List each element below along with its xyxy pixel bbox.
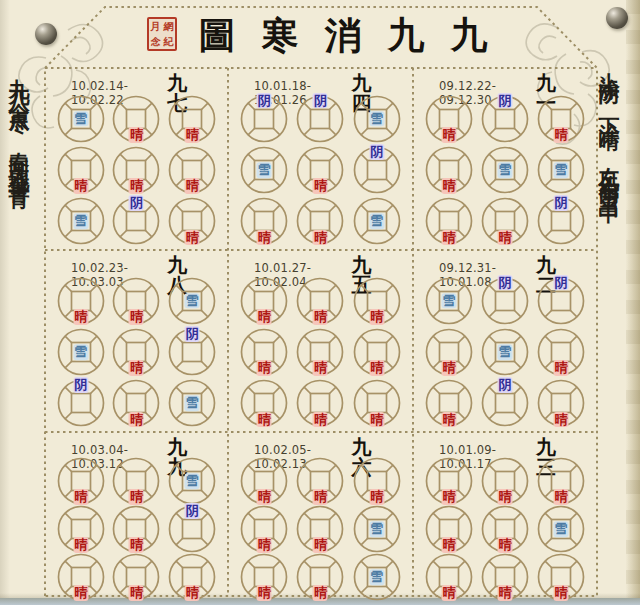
coin-day: 晴 (481, 553, 529, 601)
weather-badge-clear: 晴 (257, 537, 272, 553)
coin-day: 雪 (57, 197, 105, 245)
coin-day: 晴 (353, 277, 401, 325)
weather-badge-overcast: 阴 (257, 93, 272, 109)
weather-badge-clear: 晴 (554, 585, 569, 601)
weather-badge-clear: 晴 (498, 230, 513, 246)
panel-九六: 10.02.05-10.02.13九六晴晴晴晴晴雪晴晴雪 (228, 432, 413, 597)
panel-九八: 10.02.23-10.03.03九八晴晴雪雪晴阴阴晴雪 (45, 250, 228, 432)
weather-badge-clear: 晴 (442, 585, 457, 601)
coin-day: 晴 (537, 553, 585, 601)
weather-badge-overcast: 阴 (185, 326, 200, 342)
weather-badge-snow: 雪 (498, 344, 513, 360)
coin-day: 晴 (481, 505, 529, 553)
coin-day: 雪 (168, 457, 216, 505)
weather-badge-clear: 晴 (313, 412, 328, 428)
coin-day: 晴 (240, 457, 288, 505)
weather-badge-snow: 雪 (369, 569, 384, 585)
coin-day: 晴 (481, 457, 529, 505)
weather-badge-clear: 晴 (369, 489, 384, 505)
coin-day: 阴 (481, 379, 529, 427)
coin-day: 晴 (57, 277, 105, 325)
coin-day: 雪 (57, 328, 105, 376)
panel-九二: 09.12.31-10.01.08九二雪阴阴晴雪晴晴阴晴 (413, 250, 597, 432)
weather-badge-clear: 晴 (442, 489, 457, 505)
coin-day: 雪 (481, 328, 529, 376)
weather-badge-overcast: 阴 (313, 93, 328, 109)
coin-day: 晴 (425, 553, 473, 601)
weather-badge-clear: 晴 (554, 489, 569, 505)
weather-badge-snow: 雪 (73, 214, 88, 230)
coin-day: 晴 (425, 95, 473, 143)
weather-badge-clear: 晴 (257, 230, 272, 246)
weather-badge-snow: 雪 (554, 162, 569, 178)
weather-badge-clear: 晴 (129, 412, 144, 428)
coin-grid: 雪阴阴晴雪晴晴阴晴 (421, 275, 589, 429)
panel-header: 10.02.23-10.03.03九八 (53, 255, 220, 275)
weather-badge-clear: 晴 (369, 360, 384, 376)
coin-day: 晴 (240, 277, 288, 325)
coin-day: 雪 (353, 553, 401, 601)
coin-day: 晴 (353, 457, 401, 505)
weather-badge-clear: 晴 (129, 537, 144, 553)
weather-badge-clear: 晴 (313, 537, 328, 553)
weather-badge-snow: 雪 (369, 214, 384, 230)
coin-day: 雪 (353, 197, 401, 245)
weather-badge-clear: 晴 (185, 127, 200, 143)
panel-header: 10.01.27-10.02.04九五 (236, 255, 405, 275)
coin-day: 雪 (353, 95, 401, 143)
coin-day: 晴 (296, 457, 344, 505)
seal-char: 月 (151, 22, 161, 32)
weather-badge-clear: 晴 (442, 230, 457, 246)
weather-badge-snow: 雪 (498, 162, 513, 178)
panel-header: 09.12.22-09.12.30九一 (421, 73, 589, 93)
coin-day: 晴 (296, 197, 344, 245)
weather-badge-snow: 雪 (185, 293, 200, 309)
coin-day: 阴 (481, 277, 529, 325)
coin-grid: 晴晴雪晴晴阴晴晴晴 (53, 457, 220, 601)
coin-day: 晴 (168, 95, 216, 143)
weather-badge-overcast: 阴 (554, 275, 569, 291)
panel-header: 10.01.09-10.01.17九三 (421, 437, 589, 457)
coin-day: 晴 (425, 197, 473, 245)
seal-char: 網 (164, 22, 174, 32)
weather-badge-clear: 晴 (257, 360, 272, 376)
coin-grid: 晴晴晴晴晴雪晴晴雪 (236, 457, 405, 601)
coin-day: 晴 (296, 505, 344, 553)
weather-badge-clear: 晴 (129, 178, 144, 194)
right-couplet: 上涂阴、下涂晴 左风右雨雪当中 (599, 56, 620, 486)
seal-char: 念 (151, 37, 161, 47)
coin-day: 晴 (425, 328, 473, 376)
weather-badge-clear: 晴 (442, 127, 457, 143)
seal-stamp: 月 網 念 紀 (147, 17, 177, 51)
weather-badge-overcast: 阴 (498, 377, 513, 393)
coin-day: 雪 (168, 277, 216, 325)
weather-badge-clear: 晴 (129, 127, 144, 143)
coin-day: 阴 (112, 197, 160, 245)
weather-badge-overcast: 阴 (554, 195, 569, 211)
coin-day: 雪 (57, 95, 105, 143)
coin-day: 阴 (168, 505, 216, 553)
weather-badge-clear: 晴 (313, 360, 328, 376)
coin-day: 晴 (425, 505, 473, 553)
coin-day: 晴 (537, 457, 585, 505)
coin-day: 晴 (240, 379, 288, 427)
panel-九三: 10.01.09-10.01.17九三晴晴晴晴晴雪晴晴晴 (413, 432, 597, 597)
weather-badge-overcast: 阴 (498, 93, 513, 109)
weather-badge-clear: 晴 (313, 489, 328, 505)
panel-header: 10.01.18-10.01.26九四 (236, 73, 405, 93)
weather-badge-overcast: 阴 (185, 503, 200, 519)
coin-day: 晴 (240, 197, 288, 245)
coin-day: 晴 (537, 328, 585, 376)
coin-day: 晴 (57, 457, 105, 505)
coin-day: 阴 (168, 328, 216, 376)
coin-day: 阴 (240, 95, 288, 143)
weather-badge-clear: 晴 (369, 412, 384, 428)
coin-day: 晴 (425, 146, 473, 194)
coin-day: 阴 (57, 379, 105, 427)
panel-九五: 10.01.27-10.02.04九五晴晴晴晴晴晴晴晴晴 (228, 250, 413, 432)
coin-day: 晴 (296, 553, 344, 601)
weather-badge-clear: 晴 (73, 537, 88, 553)
weather-badge-overcast: 阴 (369, 144, 384, 160)
weather-badge-overcast: 阴 (498, 275, 513, 291)
weather-badge-snow: 雪 (185, 473, 200, 489)
weather-badge-clear: 晴 (257, 412, 272, 428)
coin-day: 阴 (537, 197, 585, 245)
coin-day: 阴 (353, 146, 401, 194)
coin-day: 晴 (296, 379, 344, 427)
left-couplet: 九九八一全点尽 春回大地草青青 (9, 62, 30, 482)
coin-day: 阴 (537, 277, 585, 325)
weather-badge-snow: 雪 (554, 521, 569, 537)
weather-badge-clear: 晴 (554, 127, 569, 143)
panel-九七: 10.02.14-10.02.22九七雪晴晴晴晴晴雪阴晴 (45, 68, 228, 250)
coin-day: 晴 (296, 277, 344, 325)
weather-badge-clear: 晴 (313, 309, 328, 325)
coin-day: 晴 (112, 95, 160, 143)
weather-badge-clear: 晴 (185, 230, 200, 246)
weather-badge-clear: 晴 (73, 309, 88, 325)
weather-badge-clear: 晴 (442, 537, 457, 553)
coin-grid: 晴阴晴晴雪雪晴晴阴 (421, 93, 589, 247)
weather-badge-clear: 晴 (129, 585, 144, 601)
weather-badge-overcast: 阴 (129, 195, 144, 211)
coin-grid: 晴晴雪雪晴阴阴晴雪 (53, 275, 220, 429)
weather-badge-clear: 晴 (257, 309, 272, 325)
coin-day: 雪 (537, 505, 585, 553)
weather-badge-clear: 晴 (442, 360, 457, 376)
panel-header: 09.12.31-10.01.08九二 (421, 255, 589, 275)
coin-day: 晴 (112, 379, 160, 427)
weather-badge-snow: 雪 (185, 396, 200, 412)
coin-day: 阴 (296, 95, 344, 143)
panels-grid: 10.02.14-10.02.22九七雪晴晴晴晴晴雪阴晴10.01.18-10.… (45, 68, 597, 597)
coin-day: 晴 (240, 328, 288, 376)
weather-badge-snow: 雪 (442, 293, 457, 309)
weather-badge-snow: 雪 (73, 344, 88, 360)
coin-day: 晴 (481, 197, 529, 245)
weather-badge-clear: 晴 (498, 489, 513, 505)
coin-day: 晴 (240, 553, 288, 601)
page-title: 圖寒消九九 (173, 17, 514, 54)
weather-badge-clear: 晴 (73, 489, 88, 505)
panel-九九: 10.03.04-10.03.12九九晴晴雪晴晴阴晴晴晴 (45, 432, 228, 597)
coin-day: 晴 (112, 505, 160, 553)
weather-badge-clear: 晴 (554, 360, 569, 376)
seal-char: 紀 (164, 37, 174, 47)
weather-badge-clear: 晴 (313, 178, 328, 194)
coin-day: 晴 (240, 505, 288, 553)
weather-badge-clear: 晴 (185, 585, 200, 601)
coin-grid: 晴晴晴晴晴雪晴晴晴 (421, 457, 589, 601)
panel-header: 10.02.05-10.02.13九六 (236, 437, 405, 457)
weather-badge-snow: 雪 (369, 521, 384, 537)
weather-badge-clear: 晴 (498, 537, 513, 553)
weather-badge-snow: 雪 (369, 111, 384, 127)
coin-grid: 晴晴晴晴晴晴晴晴晴 (236, 275, 405, 429)
coin-day: 雪 (425, 277, 473, 325)
weather-badge-clear: 晴 (257, 489, 272, 505)
weather-badge-clear: 晴 (129, 309, 144, 325)
panel-九一: 09.12.22-09.12.30九一晴阴晴晴雪雪晴晴阴 (413, 68, 597, 250)
weather-badge-clear: 晴 (442, 412, 457, 428)
coin-grid: 阴阴雪雪晴阴晴晴雪 (236, 93, 405, 247)
coin-day: 晴 (537, 95, 585, 143)
weather-badge-snow: 雪 (73, 111, 88, 127)
coin-day: 晴 (57, 505, 105, 553)
weather-badge-clear: 晴 (185, 178, 200, 194)
coin-day: 晴 (112, 328, 160, 376)
coin-day: 晴 (353, 328, 401, 376)
title-band: 圖寒消九九 (120, 10, 540, 60)
coin-day: 晴 (537, 379, 585, 427)
coin-day: 晴 (112, 277, 160, 325)
coin-day: 雪 (168, 379, 216, 427)
coin-day: 晴 (296, 328, 344, 376)
weather-badge-clear: 晴 (129, 360, 144, 376)
coin-day: 晴 (112, 553, 160, 601)
weather-badge-clear: 晴 (369, 309, 384, 325)
coin-day: 晴 (168, 197, 216, 245)
coin-day: 晴 (425, 379, 473, 427)
coin-day: 晴 (168, 553, 216, 601)
weather-badge-clear: 晴 (554, 412, 569, 428)
coin-day: 雪 (537, 146, 585, 194)
weather-badge-clear: 晴 (442, 178, 457, 194)
weather-badge-snow: 雪 (257, 162, 272, 178)
coin-day: 晴 (168, 146, 216, 194)
weather-badge-clear: 晴 (313, 230, 328, 246)
coin-day: 晴 (296, 146, 344, 194)
weather-badge-overcast: 阴 (73, 377, 88, 393)
coin-day: 晴 (112, 146, 160, 194)
coin-day: 晴 (112, 457, 160, 505)
coin-day: 晴 (353, 379, 401, 427)
panel-header: 10.02.14-10.02.22九七 (53, 73, 220, 93)
weather-badge-clear: 晴 (313, 585, 328, 601)
panel-header: 10.03.04-10.03.12九九 (53, 437, 220, 457)
weather-badge-clear: 晴 (129, 489, 144, 505)
coin-day: 晴 (57, 553, 105, 601)
weather-badge-clear: 晴 (257, 585, 272, 601)
coin-day: 雪 (353, 505, 401, 553)
coin-day: 雪 (481, 146, 529, 194)
coin-grid: 雪晴晴晴晴晴雪阴晴 (53, 93, 220, 247)
coin-day: 晴 (57, 146, 105, 194)
weather-badge-clear: 晴 (73, 585, 88, 601)
coin-day: 晴 (425, 457, 473, 505)
weather-badge-clear: 晴 (73, 178, 88, 194)
panel-九四: 10.01.18-10.01.26九四阴阴雪雪晴阴晴晴雪 (228, 68, 413, 250)
weather-badge-clear: 晴 (498, 585, 513, 601)
coin-day: 阴 (481, 95, 529, 143)
coin-day: 雪 (240, 146, 288, 194)
